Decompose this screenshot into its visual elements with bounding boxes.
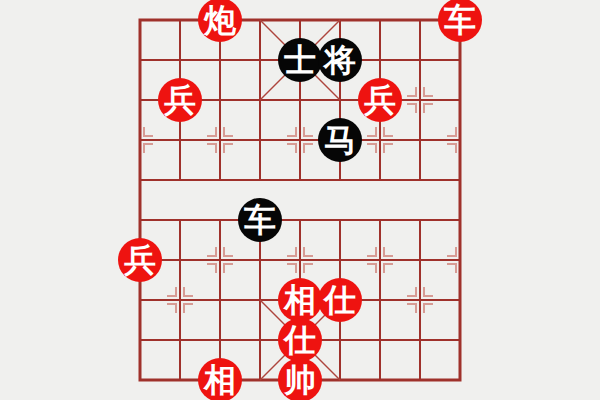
piece-red-soldier[interactable]: 兵: [358, 78, 402, 122]
piece-black-general[interactable]: 将: [318, 38, 362, 82]
piece-red-advisor[interactable]: 仕: [278, 318, 322, 362]
piece-red-cannon[interactable]: 炮: [198, 0, 242, 42]
piece-red-soldier[interactable]: 兵: [118, 238, 162, 282]
piece-layer: 炮车士将兵兵马车兵相仕仕相帅: [120, 0, 480, 400]
piece-black-advisor[interactable]: 士: [278, 38, 322, 82]
xiangqi-board: 炮车士将兵兵马车兵相仕仕相帅: [0, 0, 600, 400]
piece-red-soldier[interactable]: 兵: [158, 78, 202, 122]
piece-black-chariot[interactable]: 车: [238, 198, 282, 242]
piece-black-horse[interactable]: 马: [318, 118, 362, 162]
piece-red-chariot[interactable]: 车: [438, 0, 482, 42]
piece-red-advisor[interactable]: 仕: [318, 278, 362, 322]
piece-red-general[interactable]: 帅: [278, 358, 322, 400]
piece-red-elephant[interactable]: 相: [278, 278, 322, 322]
piece-red-elephant[interactable]: 相: [198, 358, 242, 400]
